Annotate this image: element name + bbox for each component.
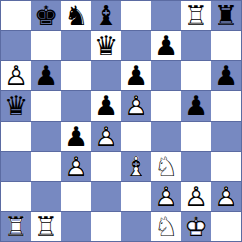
square-g3[interactable] <box>181 152 211 181</box>
square-a1[interactable]: ♜♖ <box>1 212 31 241</box>
square-b8[interactable]: ♚ <box>31 1 61 30</box>
piece-black-knight: ♞ <box>61 1 91 30</box>
piece-white-knight: ♞♘ <box>151 212 181 241</box>
square-h8[interactable]: ♜ <box>211 1 241 30</box>
square-f3[interactable]: ♞♘ <box>151 152 181 181</box>
piece-black-pawn: ♟ <box>211 61 241 90</box>
square-f1[interactable]: ♞♘ <box>151 212 181 241</box>
square-e4[interactable] <box>121 122 151 151</box>
piece-black-king: ♚ <box>31 1 61 30</box>
square-b1[interactable]: ♜♖ <box>31 212 61 241</box>
square-f7[interactable]: ♟ <box>151 31 181 60</box>
square-g6[interactable] <box>181 61 211 90</box>
chess-board-wrapper: ♚♞♝♜♖♜♛♟♟♙♟♟♟♛♟♟♙♟♟♟♙♟♙♝♗♞♘♟♙♟♙♟♙♜♖♜♖♞♘♚… <box>0 0 242 242</box>
square-e1[interactable] <box>121 212 151 241</box>
square-c7[interactable] <box>61 31 91 60</box>
square-d7[interactable]: ♛ <box>91 31 121 60</box>
square-f6[interactable] <box>151 61 181 90</box>
square-d5[interactable]: ♟ <box>91 91 121 120</box>
piece-white-pawn: ♟♙ <box>1 61 31 90</box>
square-g2[interactable]: ♟♙ <box>181 182 211 211</box>
square-e7[interactable] <box>121 31 151 60</box>
square-h2[interactable]: ♟♙ <box>211 182 241 211</box>
square-b3[interactable] <box>31 152 61 181</box>
piece-black-pawn: ♟ <box>181 91 211 120</box>
square-c6[interactable] <box>61 61 91 90</box>
square-a6[interactable]: ♟♙ <box>1 61 31 90</box>
piece-black-queen: ♛ <box>91 31 121 60</box>
square-a5[interactable]: ♛ <box>1 91 31 120</box>
piece-black-rook: ♜ <box>211 1 241 30</box>
piece-black-pawn: ♟ <box>121 61 151 90</box>
square-g5[interactable]: ♟ <box>181 91 211 120</box>
square-d4[interactable]: ♟♙ <box>91 122 121 151</box>
square-h7[interactable] <box>211 31 241 60</box>
square-c8[interactable]: ♞ <box>61 1 91 30</box>
square-e2[interactable] <box>121 182 151 211</box>
piece-white-pawn: ♟♙ <box>211 182 241 211</box>
square-f2[interactable]: ♟♙ <box>151 182 181 211</box>
square-c4[interactable]: ♟ <box>61 122 91 151</box>
square-g7[interactable] <box>181 31 211 60</box>
piece-black-pawn: ♟ <box>91 91 121 120</box>
square-f5[interactable] <box>151 91 181 120</box>
piece-white-rook: ♜♖ <box>31 212 61 241</box>
square-b6[interactable]: ♟ <box>31 61 61 90</box>
square-a7[interactable] <box>1 31 31 60</box>
square-g1[interactable]: ♚♔ <box>181 212 211 241</box>
piece-white-rook: ♜♖ <box>181 1 211 30</box>
square-b4[interactable] <box>31 122 61 151</box>
square-c2[interactable] <box>61 182 91 211</box>
square-b2[interactable] <box>31 182 61 211</box>
square-d6[interactable] <box>91 61 121 90</box>
square-b7[interactable] <box>31 31 61 60</box>
piece-black-pawn: ♟ <box>151 31 181 60</box>
square-a8[interactable] <box>1 1 31 30</box>
square-a3[interactable] <box>1 152 31 181</box>
square-d8[interactable]: ♝ <box>91 1 121 30</box>
piece-white-pawn: ♟♙ <box>121 91 151 120</box>
piece-white-pawn: ♟♙ <box>151 182 181 211</box>
square-c1[interactable] <box>61 212 91 241</box>
piece-white-pawn: ♟♙ <box>61 152 91 181</box>
square-a2[interactable] <box>1 182 31 211</box>
piece-white-bishop: ♝♗ <box>121 152 151 181</box>
piece-white-rook: ♜♖ <box>1 212 31 241</box>
piece-black-queen: ♛ <box>1 91 31 120</box>
square-h6[interactable]: ♟ <box>211 61 241 90</box>
square-f4[interactable] <box>151 122 181 151</box>
square-h5[interactable] <box>211 91 241 120</box>
square-f8[interactable] <box>151 1 181 30</box>
piece-black-pawn: ♟ <box>61 122 91 151</box>
piece-white-king: ♚♔ <box>181 212 211 241</box>
square-e5[interactable]: ♟♙ <box>121 91 151 120</box>
piece-black-pawn: ♟ <box>31 61 61 90</box>
square-g8[interactable]: ♜♖ <box>181 1 211 30</box>
piece-white-pawn: ♟♙ <box>91 122 121 151</box>
square-d1[interactable] <box>91 212 121 241</box>
square-g4[interactable] <box>181 122 211 151</box>
square-h1[interactable] <box>211 212 241 241</box>
square-e8[interactable] <box>121 1 151 30</box>
square-e3[interactable]: ♝♗ <box>121 152 151 181</box>
square-h3[interactable] <box>211 152 241 181</box>
square-c3[interactable]: ♟♙ <box>61 152 91 181</box>
square-b5[interactable] <box>31 91 61 120</box>
piece-white-pawn: ♟♙ <box>181 182 211 211</box>
square-c5[interactable] <box>61 91 91 120</box>
square-d2[interactable] <box>91 182 121 211</box>
square-h4[interactable] <box>211 122 241 151</box>
piece-black-bishop: ♝ <box>91 1 121 30</box>
chess-board: ♚♞♝♜♖♜♛♟♟♙♟♟♟♛♟♟♙♟♟♟♙♟♙♝♗♞♘♟♙♟♙♟♙♜♖♜♖♞♘♚… <box>0 0 242 242</box>
piece-white-knight: ♞♘ <box>151 152 181 181</box>
square-e6[interactable]: ♟ <box>121 61 151 90</box>
square-a4[interactable] <box>1 122 31 151</box>
square-d3[interactable] <box>91 152 121 181</box>
